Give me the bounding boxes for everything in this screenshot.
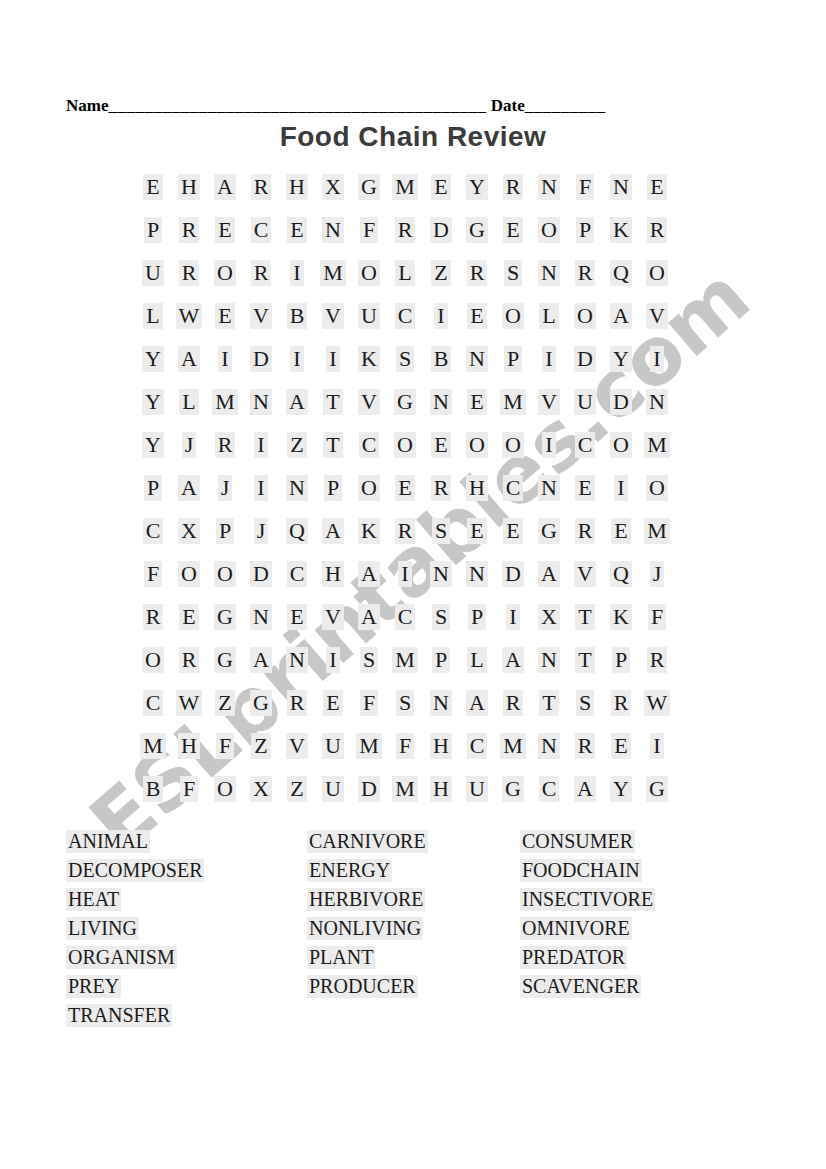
grid-cell-r8c8: E: [387, 466, 423, 509]
grid-letter: T: [323, 389, 342, 415]
grid-letter: S: [504, 260, 522, 286]
grid-cell-r13c7: F: [351, 681, 387, 724]
grid-cell-r11c10: P: [459, 595, 495, 638]
grid-cell-r10c2: O: [171, 552, 207, 595]
grid-letter: R: [611, 690, 632, 716]
grid-cell-r10c12: A: [531, 552, 567, 595]
grid-cell-r11c2: E: [171, 595, 207, 638]
grid-cell-r13c14: R: [603, 681, 639, 724]
grid-letter: E: [431, 432, 450, 458]
grid-cell-r1c2: H: [171, 165, 207, 208]
word-label: DECOMPOSER: [66, 859, 204, 882]
grid-cell-r12c14: P: [603, 638, 639, 681]
grid-letter: M: [392, 776, 418, 802]
grid-cell-r14c1: M: [135, 724, 171, 767]
grid-cell-r6c1: Y: [135, 380, 171, 423]
grid-letter: D: [430, 217, 452, 243]
grid-letter: V: [538, 389, 560, 415]
grid-letter: R: [503, 690, 524, 716]
grid-letter: N: [322, 217, 344, 243]
grid-cell-r7c7: C: [351, 423, 387, 466]
grid-cell-r2c14: K: [603, 208, 639, 251]
grid-letter: Y: [610, 346, 632, 372]
grid-cell-r5c12: I: [531, 337, 567, 380]
grid-letter: K: [610, 217, 632, 243]
word-herbivore: HERBIVORE: [307, 885, 520, 914]
grid-cell-r15c4: X: [243, 767, 279, 810]
grid-cell-r15c7: D: [351, 767, 387, 810]
grid-letter: W: [176, 303, 203, 329]
grid-cell-r8c3: J: [207, 466, 243, 509]
grid-cell-r12c7: S: [351, 638, 387, 681]
grid-cell-r1c10: Y: [459, 165, 495, 208]
grid-cell-r14c4: Z: [243, 724, 279, 767]
grid-letter: V: [358, 389, 380, 415]
grid-cell-r5c8: S: [387, 337, 423, 380]
word-label: PLANT: [307, 946, 375, 969]
grid-letter: N: [430, 389, 452, 415]
grid-letter: B: [287, 303, 308, 329]
grid-letter: O: [142, 647, 164, 673]
grid-cell-r4c4: V: [243, 294, 279, 337]
grid-cell-r13c15: W: [639, 681, 675, 724]
grid-cell-r5c3: I: [207, 337, 243, 380]
grid-letter: Z: [215, 690, 234, 716]
grid-letter: R: [647, 647, 668, 673]
grid-letter: N: [286, 647, 308, 673]
grid-letter: R: [503, 174, 524, 200]
grid-letter: R: [575, 733, 596, 759]
grid-cell-r9c3: P: [207, 509, 243, 552]
grid-letter: E: [467, 389, 486, 415]
grid-letter: P: [576, 217, 594, 243]
grid-cell-r3c11: S: [495, 251, 531, 294]
grid-cell-r4c1: L: [135, 294, 171, 337]
grid-letter: I: [254, 432, 267, 458]
grid-cell-r6c15: N: [639, 380, 675, 423]
grid-letter: L: [179, 389, 198, 415]
grid-letter: E: [467, 518, 486, 544]
grid-letter: M: [392, 647, 418, 673]
grid-letter: N: [466, 561, 488, 587]
grid-letter: P: [504, 346, 522, 372]
grid-cell-r1c14: N: [603, 165, 639, 208]
grid-cell-r4c5: B: [279, 294, 315, 337]
grid-letter: E: [467, 303, 486, 329]
grid-cell-r15c5: Z: [279, 767, 315, 810]
grid-cell-r6c6: T: [315, 380, 351, 423]
grid-letter: L: [395, 260, 414, 286]
grid-cell-r8c13: E: [567, 466, 603, 509]
grid-cell-r10c7: A: [351, 552, 387, 595]
grid-letter: K: [610, 604, 632, 630]
word-label: SCAVENGER: [520, 975, 641, 998]
grid-cell-r7c1: Y: [135, 423, 171, 466]
grid-cell-r8c6: P: [315, 466, 351, 509]
word-label: CONSUMER: [520, 830, 635, 853]
grid-letter: R: [215, 432, 236, 458]
grid-cell-r5c10: N: [459, 337, 495, 380]
grid-letter: C: [287, 561, 308, 587]
name-blank-line: ________________________________________…: [108, 96, 486, 115]
grid-cell-r5c2: A: [171, 337, 207, 380]
name-label: Name: [66, 96, 108, 115]
grid-cell-r11c12: X: [531, 595, 567, 638]
word-label: FOODCHAIN: [520, 859, 642, 882]
grid-cell-r12c8: M: [387, 638, 423, 681]
grid-cell-r15c14: Y: [603, 767, 639, 810]
grid-cell-r12c11: A: [495, 638, 531, 681]
grid-letter: G: [466, 217, 488, 243]
grid-letter: D: [250, 561, 272, 587]
grid-letter: F: [648, 604, 666, 630]
grid-cell-r10c9: N: [423, 552, 459, 595]
grid-cell-r12c9: P: [423, 638, 459, 681]
grid-cell-r10c10: N: [459, 552, 495, 595]
grid-cell-r10c1: F: [135, 552, 171, 595]
grid-letter: U: [358, 303, 380, 329]
grid-cell-r8c1: P: [135, 466, 171, 509]
grid-cell-r2c3: E: [207, 208, 243, 251]
grid-cell-r11c8: C: [387, 595, 423, 638]
word-energy: ENERGY: [307, 856, 520, 885]
grid-letter: V: [286, 733, 308, 759]
grid-letter: H: [466, 475, 488, 501]
grid-cell-r14c14: E: [603, 724, 639, 767]
grid-letter: N: [250, 389, 272, 415]
grid-cell-r8c2: A: [171, 466, 207, 509]
grid-cell-r6c14: D: [603, 380, 639, 423]
grid-cell-r8c7: O: [351, 466, 387, 509]
grid-letter: E: [575, 475, 594, 501]
grid-cell-r15c9: H: [423, 767, 459, 810]
grid-letter: H: [430, 776, 452, 802]
grid-letter: H: [430, 733, 452, 759]
grid-letter: N: [430, 690, 452, 716]
name-date-line: Name____________________________________…: [66, 96, 606, 116]
grid-cell-r6c10: E: [459, 380, 495, 423]
grid-letter: G: [250, 690, 272, 716]
grid-cell-r12c3: G: [207, 638, 243, 681]
grid-letter: L: [467, 647, 486, 673]
word-organism: ORGANISM: [66, 943, 307, 972]
grid-cell-r9c15: M: [639, 509, 675, 552]
word-prey: PREY: [66, 972, 307, 1001]
grid-cell-r4c9: I: [423, 294, 459, 337]
grid-cell-r4c11: O: [495, 294, 531, 337]
grid-cell-r3c10: R: [459, 251, 495, 294]
grid-cell-r6c3: M: [207, 380, 243, 423]
grid-cell-r6c8: G: [387, 380, 423, 423]
word-label: TRANSFER: [66, 1004, 172, 1027]
grid-cell-r3c15: O: [639, 251, 675, 294]
grid-letter: A: [538, 561, 560, 587]
grid-letter: L: [539, 303, 558, 329]
grid-letter: U: [322, 733, 344, 759]
grid-cell-r2c8: R: [387, 208, 423, 251]
grid-cell-r10c15: J: [639, 552, 675, 595]
grid-letter: S: [396, 690, 414, 716]
grid-letter: O: [646, 475, 668, 501]
word-empty: [307, 1001, 520, 1030]
grid-cell-r15c2: F: [171, 767, 207, 810]
grid-cell-r12c1: O: [135, 638, 171, 681]
grid-letter: O: [178, 561, 200, 587]
grid-cell-r4c3: E: [207, 294, 243, 337]
grid-cell-r10c11: D: [495, 552, 531, 595]
grid-cell-r7c2: J: [171, 423, 207, 466]
grid-cell-r14c6: U: [315, 724, 351, 767]
grid-letter: E: [611, 733, 630, 759]
grid-cell-r6c5: A: [279, 380, 315, 423]
grid-cell-r15c10: U: [459, 767, 495, 810]
page-title: Food Chain Review: [0, 121, 826, 153]
grid-letter: P: [468, 604, 486, 630]
grid-cell-r15c15: G: [639, 767, 675, 810]
grid-letter: B: [431, 346, 452, 372]
word-label: ORGANISM: [66, 946, 177, 969]
grid-cell-r10c3: O: [207, 552, 243, 595]
grid-cell-r7c12: I: [531, 423, 567, 466]
grid-cell-r6c9: N: [423, 380, 459, 423]
grid-letter: M: [500, 389, 526, 415]
grid-cell-r14c5: V: [279, 724, 315, 767]
grid-letter: E: [503, 518, 522, 544]
grid-cell-r8c10: H: [459, 466, 495, 509]
grid-cell-r15c11: G: [495, 767, 531, 810]
word-predator: PREDATOR: [520, 943, 766, 972]
grid-cell-r14c12: N: [531, 724, 567, 767]
grid-letter: N: [286, 475, 308, 501]
grid-cell-r4c6: V: [315, 294, 351, 337]
grid-cell-r2c6: N: [315, 208, 351, 251]
grid-letter: T: [323, 432, 342, 458]
grid-cell-r3c7: O: [351, 251, 387, 294]
grid-letter: E: [143, 174, 162, 200]
grid-letter: T: [539, 690, 558, 716]
grid-letter: R: [287, 690, 308, 716]
grid-cell-r1c8: M: [387, 165, 423, 208]
grid-cell-r15c8: M: [387, 767, 423, 810]
grid-cell-r7c9: E: [423, 423, 459, 466]
word-label: PREDATOR: [520, 946, 627, 969]
word-label: INSECTIVORE: [520, 888, 655, 911]
grid-letter: Z: [251, 733, 270, 759]
grid-cell-r11c5: E: [279, 595, 315, 638]
grid-cell-r5c1: Y: [135, 337, 171, 380]
grid-cell-r15c1: B: [135, 767, 171, 810]
grid-cell-r11c6: V: [315, 595, 351, 638]
grid-cell-r13c4: G: [243, 681, 279, 724]
grid-cell-r11c13: T: [567, 595, 603, 638]
grid-letter: W: [644, 690, 671, 716]
grid-letter: A: [178, 475, 200, 501]
grid-letter: D: [610, 389, 632, 415]
grid-cell-r13c5: R: [279, 681, 315, 724]
grid-cell-r1c6: X: [315, 165, 351, 208]
grid-cell-r1c1: E: [135, 165, 171, 208]
grid-letter: I: [434, 303, 447, 329]
grid-letter: O: [610, 432, 632, 458]
grid-cell-r8c11: C: [495, 466, 531, 509]
grid-cell-r2c15: R: [639, 208, 675, 251]
grid-letter: F: [396, 733, 414, 759]
grid-cell-r7c10: O: [459, 423, 495, 466]
grid-cell-r6c4: N: [243, 380, 279, 423]
word-label: HEAT: [66, 888, 121, 911]
grid-letter: A: [250, 647, 272, 673]
grid-letter: Z: [287, 776, 306, 802]
grid-letter: B: [143, 776, 164, 802]
grid-letter: Y: [466, 174, 488, 200]
grid-cell-r14c9: H: [423, 724, 459, 767]
grid-letter: U: [574, 389, 596, 415]
date-blank-line: _________: [525, 96, 606, 115]
grid-letter: V: [322, 303, 344, 329]
grid-cell-r7c8: O: [387, 423, 423, 466]
grid-cell-r9c9: S: [423, 509, 459, 552]
grid-cell-r10c6: H: [315, 552, 351, 595]
grid-letter: R: [179, 217, 200, 243]
grid-letter: R: [431, 475, 452, 501]
word-label: ANIMAL: [66, 830, 150, 853]
grid-letter: E: [179, 604, 198, 630]
grid-letter: I: [218, 346, 231, 372]
grid-letter: S: [432, 604, 450, 630]
grid-cell-r3c4: R: [243, 251, 279, 294]
grid-cell-r13c2: W: [171, 681, 207, 724]
grid-letter: N: [538, 260, 560, 286]
grid-letter: O: [214, 561, 236, 587]
grid-cell-r1c5: H: [279, 165, 315, 208]
grid-cell-r4c13: O: [567, 294, 603, 337]
grid-cell-r3c9: Z: [423, 251, 459, 294]
grid-cell-r7c11: O: [495, 423, 531, 466]
grid-letter: Y: [142, 432, 164, 458]
grid-cell-r13c10: A: [459, 681, 495, 724]
grid-cell-r2c4: C: [243, 208, 279, 251]
word-label: NONLIVING: [307, 917, 423, 940]
word-empty: [520, 1001, 766, 1030]
grid-cell-r12c4: A: [243, 638, 279, 681]
grid-letter: C: [395, 604, 416, 630]
grid-letter: J: [254, 518, 269, 544]
grid-letter: E: [215, 303, 234, 329]
grid-letter: C: [359, 432, 380, 458]
grid-letter: E: [323, 690, 342, 716]
grid-letter: O: [394, 432, 416, 458]
grid-cell-r5c13: D: [567, 337, 603, 380]
grid-letter: Y: [142, 389, 164, 415]
grid-letter: O: [574, 303, 596, 329]
grid-letter: K: [358, 346, 380, 372]
grid-letter: C: [251, 217, 272, 243]
grid-cell-r4c12: L: [531, 294, 567, 337]
grid-cell-r3c1: U: [135, 251, 171, 294]
grid-cell-r11c1: R: [135, 595, 171, 638]
grid-cell-r3c5: I: [279, 251, 315, 294]
grid-cell-r9c14: E: [603, 509, 639, 552]
grid-cell-r9c13: R: [567, 509, 603, 552]
grid-cell-r11c7: A: [351, 595, 387, 638]
grid-cell-r2c2: R: [171, 208, 207, 251]
word-label: PREY: [66, 975, 121, 998]
grid-letter: M: [140, 733, 166, 759]
grid-letter: M: [212, 389, 238, 415]
grid-letter: R: [179, 647, 200, 673]
grid-letter: I: [254, 475, 267, 501]
grid-letter: V: [574, 561, 596, 587]
grid-cell-r14c15: I: [639, 724, 675, 767]
grid-cell-r8c15: O: [639, 466, 675, 509]
grid-cell-r4c2: W: [171, 294, 207, 337]
grid-letter: W: [176, 690, 203, 716]
grid-letter: I: [290, 260, 303, 286]
grid-letter: O: [214, 776, 236, 802]
grid-cell-r2c5: E: [279, 208, 315, 251]
grid-letter: D: [358, 776, 380, 802]
grid-letter: A: [610, 303, 632, 329]
grid-letter: M: [644, 518, 670, 544]
grid-cell-r13c8: S: [387, 681, 423, 724]
grid-letter: E: [215, 217, 234, 243]
grid-cell-r9c11: E: [495, 509, 531, 552]
grid-cell-r14c7: M: [351, 724, 387, 767]
grid-letter: I: [326, 647, 339, 673]
grid-letter: N: [538, 475, 560, 501]
grid-letter: N: [538, 174, 560, 200]
grid-letter: Q: [610, 561, 632, 587]
word-heat: HEAT: [66, 885, 307, 914]
grid-letter: F: [180, 776, 198, 802]
grid-cell-r1c15: E: [639, 165, 675, 208]
grid-letter: K: [358, 518, 380, 544]
word-label: HERBIVORE: [307, 888, 425, 911]
grid-cell-r14c10: C: [459, 724, 495, 767]
grid-cell-r12c10: L: [459, 638, 495, 681]
grid-letter: A: [214, 174, 236, 200]
grid-letter: P: [612, 647, 630, 673]
grid-letter: G: [214, 604, 236, 630]
grid-cell-r9c5: Q: [279, 509, 315, 552]
grid-cell-r9c4: J: [243, 509, 279, 552]
grid-cell-r9c7: K: [351, 509, 387, 552]
grid-cell-r7c5: Z: [279, 423, 315, 466]
grid-cell-r14c11: M: [495, 724, 531, 767]
grid-cell-r13c13: S: [567, 681, 603, 724]
grid-cell-r1c13: F: [567, 165, 603, 208]
grid-letter: R: [395, 518, 416, 544]
grid-letter: N: [538, 733, 560, 759]
grid-cell-r2c12: O: [531, 208, 567, 251]
grid-letter: J: [218, 475, 233, 501]
grid-cell-r13c6: E: [315, 681, 351, 724]
grid-cell-r15c3: O: [207, 767, 243, 810]
grid-letter: P: [324, 475, 342, 501]
grid-cell-r7c3: R: [207, 423, 243, 466]
grid-cell-r4c15: V: [639, 294, 675, 337]
grid-letter: S: [396, 346, 414, 372]
word-transfer: TRANSFER: [66, 1001, 307, 1030]
grid-cell-r2c9: D: [423, 208, 459, 251]
grid-letter: O: [358, 260, 380, 286]
grid-cell-r5c14: Y: [603, 337, 639, 380]
grid-letter: P: [144, 475, 162, 501]
grid-cell-r15c13: A: [567, 767, 603, 810]
grid-letter: Q: [610, 260, 632, 286]
grid-letter: J: [650, 561, 665, 587]
grid-cell-r14c8: F: [387, 724, 423, 767]
